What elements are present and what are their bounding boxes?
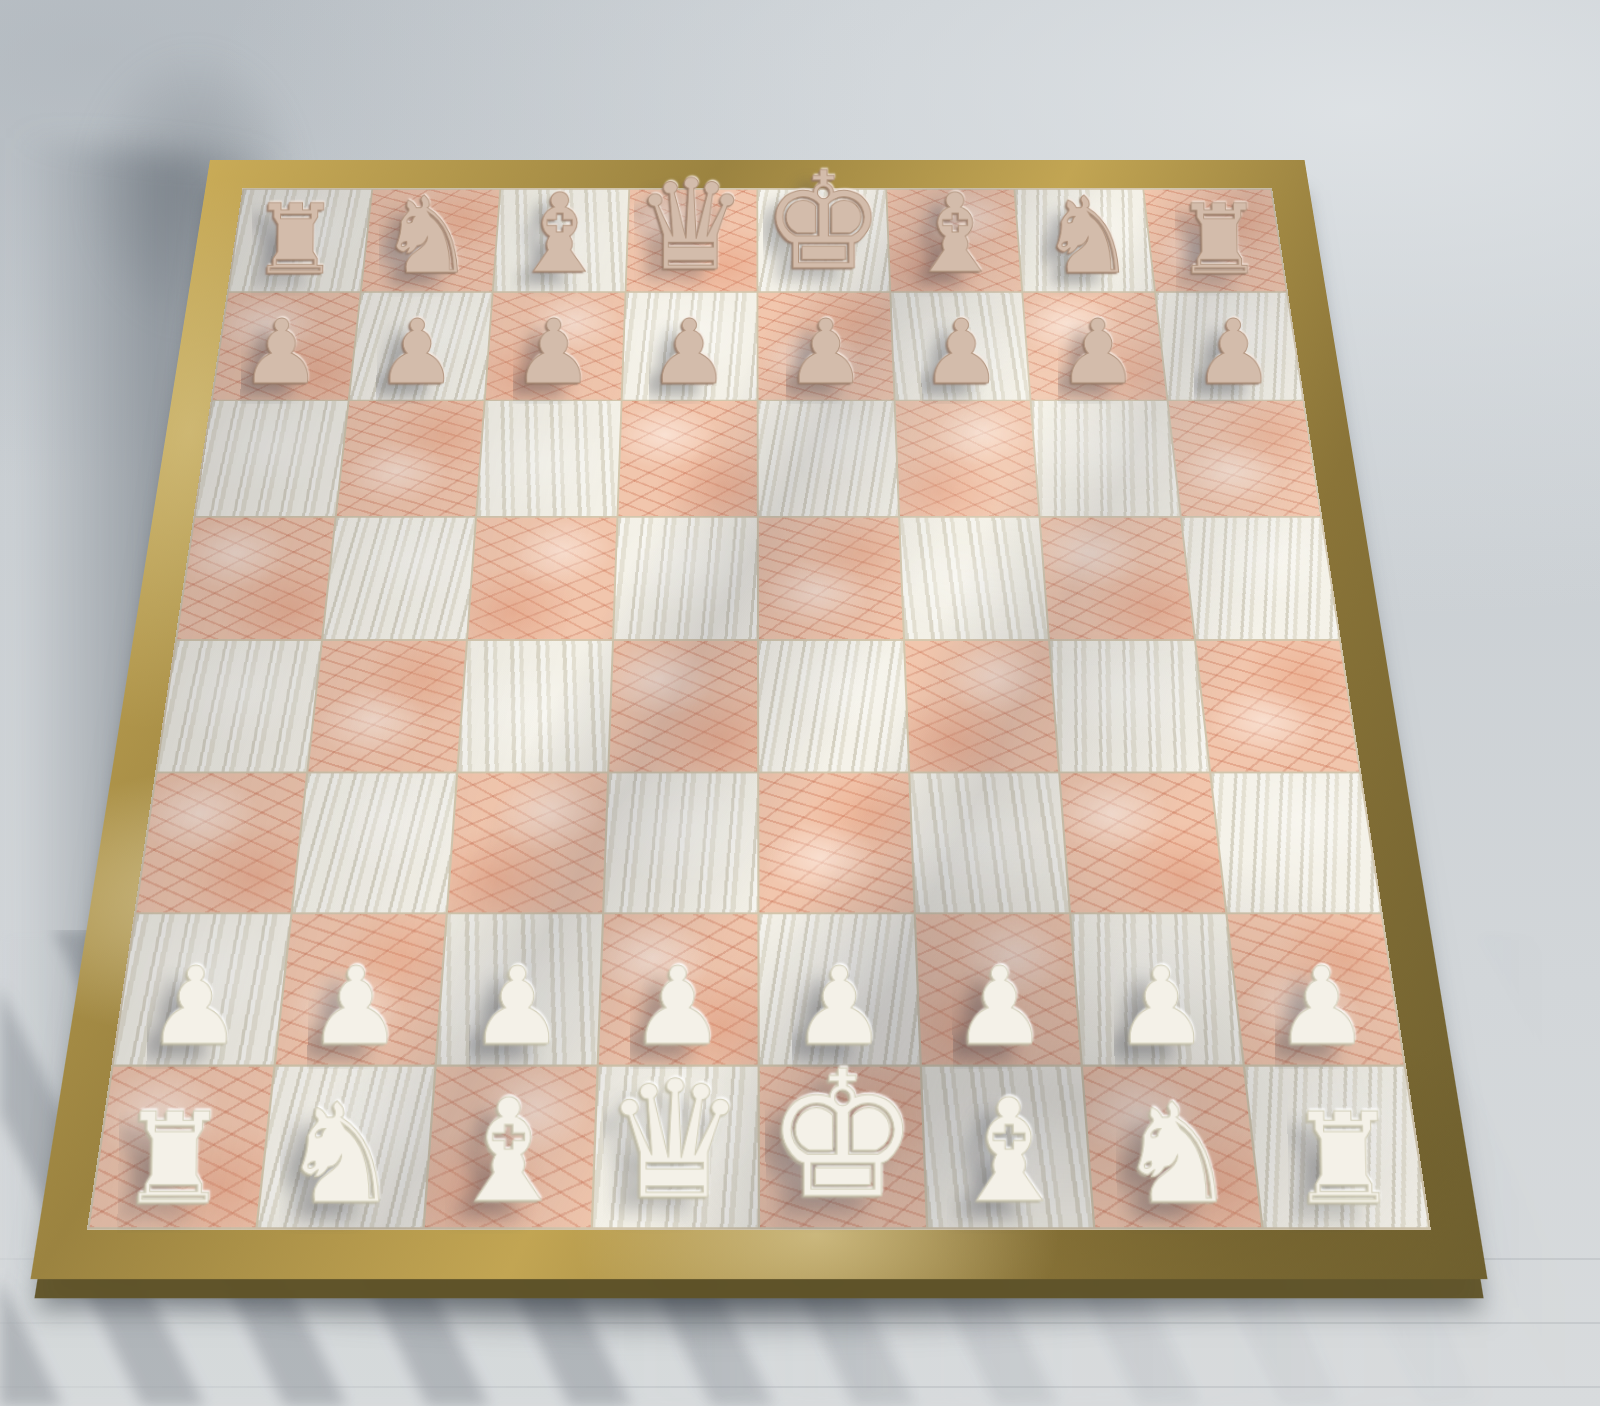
square-h2[interactable]: ♟ [1227,914,1403,1064]
square-g1[interactable]: ♞ [1083,1066,1261,1227]
square-b4[interactable] [308,641,466,771]
square-a7[interactable]: ♟ [213,292,360,399]
black-pawn[interactable]: ♟ [240,308,322,397]
square-c4[interactable] [458,641,611,771]
black-pawn[interactable]: ♟ [1057,308,1139,397]
square-e4[interactable] [759,641,908,771]
square-g3[interactable] [1060,773,1224,912]
square-d4[interactable] [609,641,757,771]
square-a2[interactable]: ♟ [114,914,290,1064]
square-f1[interactable]: ♝ [921,1066,1093,1227]
square-h3[interactable] [1211,773,1381,912]
square-f8[interactable]: ♝ [887,190,1022,291]
photo-backdrop: { "game": "chess", "scene": { "descripti… [0,0,1600,1406]
square-h5[interactable] [1181,517,1338,639]
white-rook[interactable]: ♜ [117,1097,230,1223]
square-b6[interactable] [336,401,483,515]
square-h1[interactable]: ♜ [1244,1066,1428,1227]
white-bishop[interactable]: ♝ [946,1080,1073,1222]
square-g7[interactable]: ♟ [1023,292,1166,399]
square-d6[interactable] [618,401,757,515]
square-f4[interactable] [905,641,1059,771]
white-pawn[interactable]: ♟ [630,952,726,1059]
black-pawn[interactable]: ♟ [921,308,1002,397]
square-g8[interactable]: ♞ [1015,190,1153,291]
white-king[interactable]: ♚ [765,1048,920,1223]
square-c3[interactable] [448,773,607,912]
black-pawn[interactable]: ♟ [649,308,730,397]
square-g5[interactable] [1041,517,1194,639]
square-b2[interactable]: ♟ [275,914,445,1064]
black-knight[interactable]: ♞ [1039,182,1136,288]
black-pawn[interactable]: ♟ [376,308,457,397]
square-b8[interactable]: ♞ [361,190,499,291]
square-a4[interactable] [157,641,320,771]
square-h7[interactable]: ♟ [1156,292,1303,399]
square-g2[interactable]: ♟ [1071,914,1242,1064]
square-f2[interactable]: ♟ [915,914,1080,1064]
white-pawn[interactable]: ♟ [952,952,1048,1059]
white-pawn[interactable]: ♟ [146,952,243,1059]
square-e3[interactable] [759,773,913,912]
black-rook[interactable]: ♜ [251,191,340,288]
board-grid: ♜♞♝♛♚♝♞♜♟♟♟♟♟♟♟♟♟♟♟♟♟♟♟♟♜♞♝♛♚♝♞♜ [87,188,1431,1229]
white-pawn[interactable]: ♟ [1113,952,1210,1059]
square-d7[interactable]: ♟ [622,292,757,399]
square-f5[interactable] [900,517,1048,639]
white-knight[interactable]: ♞ [1115,1085,1238,1223]
black-pawn[interactable]: ♟ [1193,308,1275,397]
black-bishop[interactable]: ♝ [906,179,1006,288]
square-b1[interactable]: ♞ [257,1066,434,1227]
square-c6[interactable] [477,401,620,515]
square-f7[interactable]: ♟ [891,292,1030,399]
square-d5[interactable] [614,517,757,639]
square-g6[interactable] [1032,401,1180,515]
square-e5[interactable] [759,517,903,639]
square-d8[interactable]: ♛ [626,190,757,291]
square-h8[interactable]: ♜ [1144,190,1286,291]
square-e8[interactable]: ♚ [758,190,889,291]
black-pawn[interactable]: ♟ [785,308,866,397]
black-knight[interactable]: ♞ [379,182,476,288]
square-g4[interactable] [1050,641,1208,771]
square-e1[interactable]: ♚ [760,1066,926,1227]
square-c5[interactable] [468,517,616,639]
square-h6[interactable] [1168,401,1320,515]
black-rook[interactable]: ♜ [1175,191,1264,288]
square-f3[interactable] [910,773,1069,912]
chess-scene: ♜♞♝♛♚♝♞♜♟♟♟♟♟♟♟♟♟♟♟♟♟♟♟♟♜♞♝♛♚♝♞♜ [0,0,1600,1406]
white-pawn[interactable]: ♟ [308,952,405,1059]
chess-board: ♜♞♝♛♚♝♞♜♟♟♟♟♟♟♟♟♟♟♟♟♟♟♟♟♜♞♝♛♚♝♞♜ [31,160,1488,1279]
square-c8[interactable]: ♝ [494,190,628,291]
square-c7[interactable]: ♟ [486,292,624,399]
white-bishop[interactable]: ♝ [445,1080,572,1222]
square-e6[interactable] [759,401,898,515]
white-pawn[interactable]: ♟ [469,952,565,1059]
square-e7[interactable]: ♟ [758,292,893,399]
black-king[interactable]: ♚ [762,154,884,288]
white-knight[interactable]: ♞ [279,1085,402,1223]
white-pawn[interactable]: ♟ [1274,952,1371,1059]
black-queen[interactable]: ♛ [634,163,748,288]
square-a6[interactable] [196,401,348,515]
square-d2[interactable]: ♟ [598,914,757,1064]
square-c1[interactable]: ♝ [425,1066,596,1227]
square-a3[interactable] [136,773,305,912]
square-h4[interactable] [1196,641,1359,771]
square-b3[interactable] [292,773,456,912]
white-queen[interactable]: ♛ [603,1059,747,1222]
square-a8[interactable]: ♜ [229,190,371,291]
square-d3[interactable] [604,773,758,912]
square-c2[interactable]: ♟ [437,914,602,1064]
square-a1[interactable]: ♜ [90,1066,273,1227]
square-a5[interactable] [177,517,334,639]
black-bishop[interactable]: ♝ [509,179,609,288]
square-b7[interactable]: ♟ [349,292,492,399]
black-pawn[interactable]: ♟ [513,308,594,397]
square-f6[interactable] [895,401,1038,515]
square-b5[interactable] [323,517,475,639]
square-d1[interactable]: ♛ [592,1066,757,1227]
white-rook[interactable]: ♜ [1287,1097,1401,1223]
